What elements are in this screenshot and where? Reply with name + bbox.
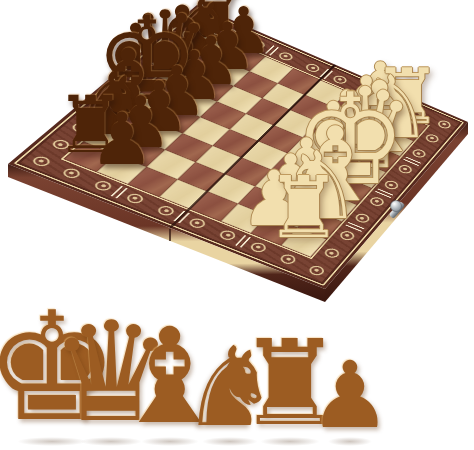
- chess-set-product-photo: ♜♞♝♛♚♝♞♜♟♟♟♟♟♟♟♟♟♟♟♟♟♟♟♟♜♞♝♛♚♝♞♜ ♚ ♛ ♝ ♞…: [0, 0, 474, 450]
- piece-white-rook-h1[interactable]: ♜: [266, 165, 342, 250]
- piece-black-pawn-h7[interactable]: ♟: [89, 104, 154, 176]
